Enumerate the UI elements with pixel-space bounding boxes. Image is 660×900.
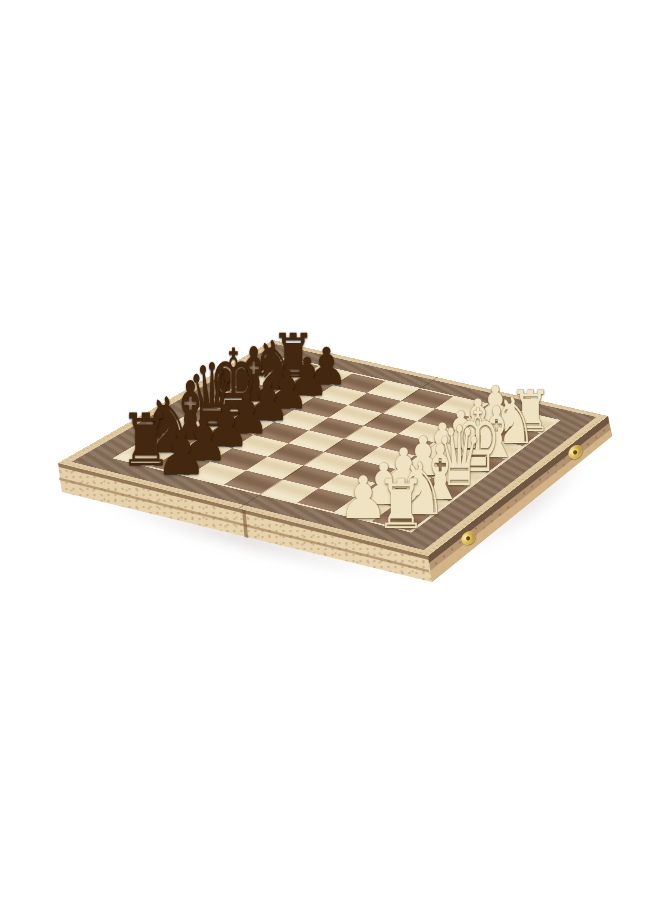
piece-black-pawn-a7[interactable]: ♟ [153, 423, 211, 484]
piece-white-rook-a1[interactable]: ♜ [373, 471, 429, 539]
chess-set-photo: ♜♞♝♛♚♝♞♜♟♟♟♟♟♟♟♟♟♟♟♟♟♟♟♟♜♞♝♛♚♝♞♜ [0, 0, 660, 900]
